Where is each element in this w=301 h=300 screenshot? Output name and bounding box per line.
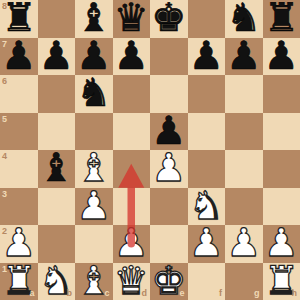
square-b3[interactable] [38, 188, 76, 226]
piece-white-pawn[interactable]: ♟ [226, 224, 261, 262]
rank-label-5: 5 [2, 115, 7, 124]
piece-black-pawn[interactable]: ♟ [264, 37, 299, 75]
piece-black-bishop[interactable]: ♝ [39, 149, 74, 187]
square-d4[interactable] [113, 150, 151, 188]
piece-black-pawn[interactable]: ♟ [1, 37, 36, 75]
square-g6[interactable] [225, 75, 263, 113]
piece-black-pawn[interactable]: ♟ [226, 37, 261, 75]
piece-white-bishop[interactable]: ♝ [76, 262, 111, 300]
square-b6[interactable] [38, 75, 76, 113]
square-g1[interactable]: g [225, 263, 263, 300]
square-c6[interactable]: ♞ [75, 75, 113, 113]
square-b1[interactable]: b♞ [38, 263, 76, 300]
piece-white-pawn[interactable]: ♟ [189, 224, 224, 262]
square-f6[interactable] [188, 75, 226, 113]
piece-black-rook[interactable]: ♜ [264, 0, 299, 37]
square-h1[interactable]: h♜ [263, 263, 301, 300]
square-e3[interactable] [150, 188, 188, 226]
chess-board: 8♜♝♛♚♞♜7♟♟♟♟♟♟♟6♞5♟4♝♝♟3♟♞2♟♟♟♟♟1a♜b♞c♝d… [0, 0, 300, 300]
square-g5[interactable] [225, 113, 263, 151]
square-h4[interactable] [263, 150, 301, 188]
piece-white-pawn[interactable]: ♟ [76, 187, 111, 225]
piece-black-pawn[interactable]: ♟ [39, 37, 74, 75]
file-label-f: f [219, 289, 222, 298]
piece-white-king[interactable]: ♚ [151, 262, 186, 300]
square-c1[interactable]: c♝ [75, 263, 113, 300]
square-a5[interactable]: 5 [0, 113, 38, 151]
square-g4[interactable] [225, 150, 263, 188]
square-a1[interactable]: 1a♜ [0, 263, 38, 300]
square-h5[interactable] [263, 113, 301, 151]
square-a4[interactable]: 4 [0, 150, 38, 188]
square-e8[interactable]: ♚ [150, 0, 188, 38]
piece-black-pawn[interactable]: ♟ [189, 37, 224, 75]
square-f7[interactable]: ♟ [188, 38, 226, 76]
square-d5[interactable] [113, 113, 151, 151]
piece-black-pawn[interactable]: ♟ [151, 112, 186, 150]
rank-label-4: 4 [2, 152, 7, 161]
piece-white-knight[interactable]: ♞ [39, 262, 74, 300]
piece-white-pawn[interactable]: ♟ [264, 224, 299, 262]
piece-black-knight[interactable]: ♞ [226, 0, 261, 37]
square-d6[interactable] [113, 75, 151, 113]
square-f5[interactable] [188, 113, 226, 151]
piece-black-bishop[interactable]: ♝ [76, 0, 111, 37]
square-g7[interactable]: ♟ [225, 38, 263, 76]
rank-label-6: 6 [2, 77, 7, 86]
square-d1[interactable]: d♛ [113, 263, 151, 300]
piece-black-pawn[interactable]: ♟ [114, 37, 149, 75]
piece-white-pawn[interactable]: ♟ [114, 224, 149, 262]
piece-white-rook[interactable]: ♜ [264, 262, 299, 300]
square-h7[interactable]: ♟ [263, 38, 301, 76]
square-b4[interactable]: ♝ [38, 150, 76, 188]
square-c3[interactable]: ♟ [75, 188, 113, 226]
square-h6[interactable] [263, 75, 301, 113]
square-a7[interactable]: 7♟ [0, 38, 38, 76]
file-label-g: g [254, 289, 260, 298]
piece-white-pawn[interactable]: ♟ [1, 224, 36, 262]
square-e7[interactable] [150, 38, 188, 76]
square-f2[interactable]: ♟ [188, 225, 226, 263]
piece-black-queen[interactable]: ♛ [114, 0, 149, 37]
piece-black-pawn[interactable]: ♟ [76, 37, 111, 75]
piece-white-rook[interactable]: ♜ [1, 262, 36, 300]
square-b7[interactable]: ♟ [38, 38, 76, 76]
square-e1[interactable]: e♚ [150, 263, 188, 300]
square-a6[interactable]: 6 [0, 75, 38, 113]
square-d7[interactable]: ♟ [113, 38, 151, 76]
square-f1[interactable]: f [188, 263, 226, 300]
piece-black-knight[interactable]: ♞ [76, 74, 111, 112]
piece-black-rook[interactable]: ♜ [1, 0, 36, 37]
piece-white-pawn[interactable]: ♟ [151, 149, 186, 187]
square-e4[interactable]: ♟ [150, 150, 188, 188]
square-g2[interactable]: ♟ [225, 225, 263, 263]
piece-white-knight[interactable]: ♞ [189, 187, 224, 225]
piece-black-king[interactable]: ♚ [151, 0, 186, 37]
chess-board-wrap: 8♜♝♛♚♞♜7♟♟♟♟♟♟♟6♞5♟4♝♝♟3♟♞2♟♟♟♟♟1a♜b♞c♝d… [0, 0, 300, 300]
piece-white-queen[interactable]: ♛ [114, 262, 149, 300]
rank-label-3: 3 [2, 190, 7, 199]
piece-white-bishop[interactable]: ♝ [76, 149, 111, 187]
